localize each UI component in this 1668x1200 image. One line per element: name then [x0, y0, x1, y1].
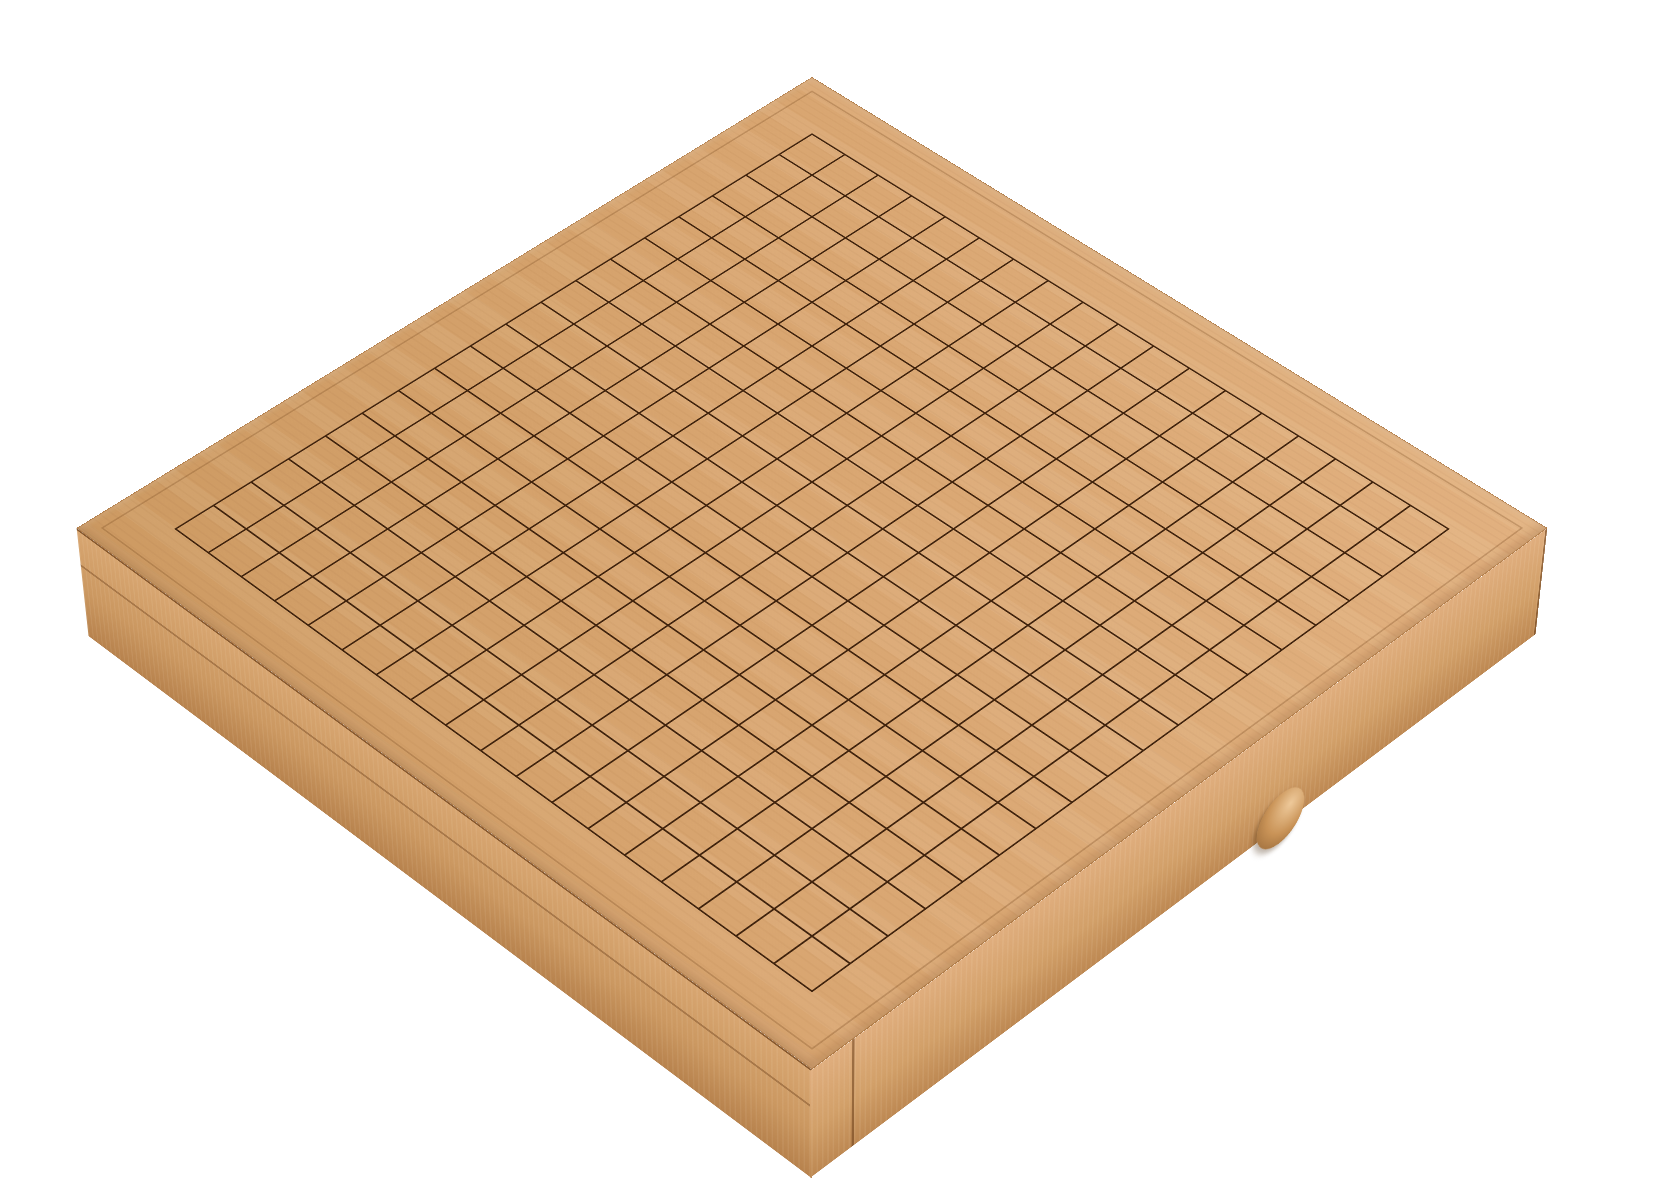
go-grid-lines — [174, 133, 1450, 992]
product-photo-background — [0, 0, 1668, 1200]
board-top-face — [77, 77, 1548, 1069]
go-board-box — [77, 77, 1548, 1069]
drawer-seam-right — [852, 1038, 855, 1147]
drawer-knob[interactable] — [1255, 775, 1306, 861]
